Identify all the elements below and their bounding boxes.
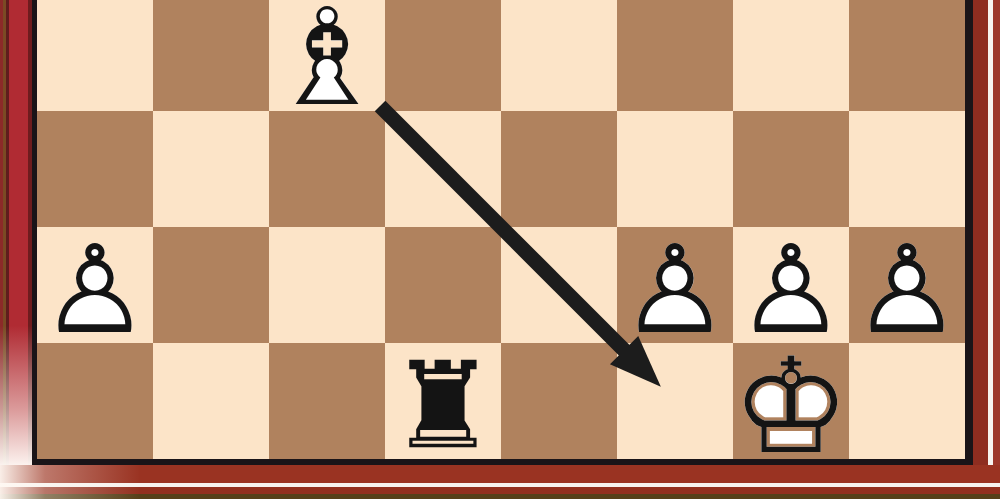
square-g2: ♟♙ [733, 227, 849, 343]
square-d1: ♜ [385, 343, 501, 459]
square-d2 [385, 227, 501, 343]
square-g4 [733, 0, 849, 111]
square-f2: ♟♙ [617, 227, 733, 343]
square-b1 [153, 343, 269, 459]
square-a3 [37, 111, 153, 227]
frame-right-rail [973, 0, 1000, 465]
square-c3 [269, 111, 385, 227]
square-c1 [269, 343, 385, 459]
square-d3 [385, 111, 501, 227]
square-f4 [617, 0, 733, 111]
square-a2: ♟♙ [37, 227, 153, 343]
square-f3 [617, 111, 733, 227]
square-g3 [733, 111, 849, 227]
square-h3 [849, 111, 965, 227]
square-h2: ♟♙ [849, 227, 965, 343]
square-b2 [153, 227, 269, 343]
white-bishop-c4: ♗ [267, 0, 387, 125]
square-e2 [501, 227, 617, 343]
white-pawn-f2: ♙ [620, 229, 729, 351]
chess-board: ♝♗♟♙♟♙♟♙♟♙♜♚♔ [37, 0, 965, 459]
square-h4 [849, 0, 965, 111]
square-g1: ♚♔ [733, 343, 849, 459]
square-b4 [153, 0, 269, 111]
frame-left-rail [0, 0, 32, 465]
white-pawn-a2: ♙ [40, 229, 149, 351]
square-d4 [385, 0, 501, 111]
white-king-g1: ♔ [732, 340, 850, 472]
square-h1 [849, 343, 965, 459]
square-b3 [153, 111, 269, 227]
black-rook-d1: ♜ [389, 346, 497, 466]
square-e3 [501, 111, 617, 227]
board-frame: ♝♗♟♙♟♙♟♙♟♙♜♚♔ [32, 0, 973, 465]
square-f1 [617, 343, 733, 459]
white-pawn-h2: ♙ [852, 229, 961, 351]
square-a4 [37, 0, 153, 111]
square-a1 [37, 343, 153, 459]
square-c2 [269, 227, 385, 343]
square-c4: ♝♗ [269, 0, 385, 111]
square-e4 [501, 0, 617, 111]
square-e1 [501, 343, 617, 459]
chess-diagram: ♝♗♟♙♟♙♟♙♟♙♜♚♔ [0, 0, 1000, 499]
